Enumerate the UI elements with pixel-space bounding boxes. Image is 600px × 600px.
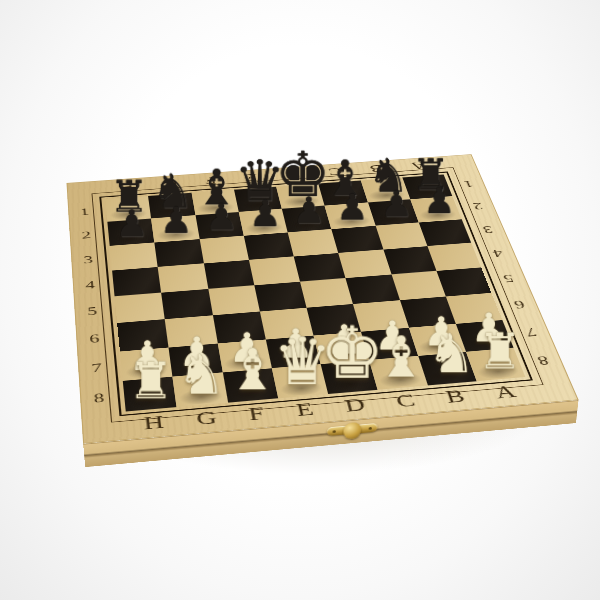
square-a5[interactable]: [436, 267, 491, 296]
rank-label-left-4: 4: [85, 279, 96, 292]
white-rook[interactable]: ♜: [128, 358, 173, 406]
square-d5[interactable]: [300, 278, 353, 308]
square-g2[interactable]: ♟: [151, 215, 199, 242]
square-e2[interactable]: ♟: [239, 209, 288, 236]
brass-clasp-icon: [327, 420, 378, 443]
square-g5[interactable]: [161, 289, 212, 319]
rank-label-right-5: 5: [501, 272, 515, 285]
square-c2[interactable]: ♟: [325, 203, 375, 229]
square-h2[interactable]: ♟: [107, 219, 154, 246]
black-pawn[interactable]: ♟: [160, 203, 193, 238]
square-c3[interactable]: [332, 226, 383, 253]
black-pawn[interactable]: ♟: [380, 187, 412, 221]
square-f5[interactable]: [208, 285, 260, 315]
square-e5[interactable]: [254, 282, 307, 312]
square-g3[interactable]: [155, 239, 204, 267]
rank-label-right-2: 2: [472, 200, 485, 211]
rank-label-right-4: 4: [491, 247, 505, 259]
square-g4[interactable]: [158, 263, 208, 292]
square-f8[interactable]: ♝: [222, 368, 278, 403]
black-pawn[interactable]: ♟: [423, 184, 455, 218]
clasp-knob: [343, 422, 361, 440]
file-label-near-h: H: [142, 412, 164, 433]
rank-label-right-8: 8: [535, 353, 551, 368]
square-c5[interactable]: [346, 274, 400, 304]
rank-label-left-1: 1: [80, 206, 90, 218]
square-e8[interactable]: ♛: [272, 364, 328, 398]
file-label-near-c: C: [394, 391, 418, 411]
rank-label-left-2: 2: [81, 229, 91, 241]
square-a2[interactable]: ♟: [410, 196, 461, 222]
square-b4[interactable]: [383, 246, 436, 274]
rank-label-right-7: 7: [524, 325, 539, 339]
square-a4[interactable]: [427, 243, 481, 271]
scene: 12345678 12345678 HGFEDCBA HGFEDCBA ♜♞♝♛…: [0, 0, 600, 600]
rank-label-left-8: 8: [93, 390, 105, 406]
chess-board: 12345678 12345678 HGFEDCBA HGFEDCBA ♜♞♝♛…: [66, 154, 578, 444]
board-top-face: 12345678 12345678 HGFEDCBA HGFEDCBA ♜♞♝♛…: [66, 154, 578, 444]
square-f2[interactable]: ♟: [195, 212, 243, 239]
file-label-near-a: A: [492, 382, 518, 402]
black-pawn[interactable]: ♟: [336, 190, 368, 224]
white-bishop[interactable]: ♝: [227, 343, 278, 397]
black-pawn[interactable]: ♟: [293, 193, 326, 228]
square-d2[interactable]: ♟: [282, 206, 332, 232]
square-h8[interactable]: ♜: [123, 376, 177, 411]
white-queen[interactable]: ♛: [273, 331, 332, 393]
rank-label-left-6: 6: [89, 332, 100, 346]
product-photo-stage: 12345678 12345678 HGFEDCBA HGFEDCBA ♜♞♝♛…: [0, 0, 600, 600]
file-label-near-f: F: [247, 404, 266, 424]
square-a3[interactable]: [418, 219, 471, 246]
file-label-near-d: D: [343, 395, 368, 416]
rank-label-right-6: 6: [512, 298, 527, 311]
file-label-near-b: B: [443, 386, 467, 406]
square-h4[interactable]: [112, 267, 161, 296]
file-label-near-g: G: [195, 408, 218, 429]
square-f3[interactable]: [199, 236, 249, 264]
white-knight[interactable]: ♞: [177, 349, 226, 401]
rank-label-right-1: 1: [462, 178, 475, 189]
rank-label-right-3: 3: [481, 223, 495, 235]
square-h3[interactable]: [110, 242, 158, 270]
square-h5[interactable]: [115, 293, 165, 324]
square-d4[interactable]: [294, 253, 346, 282]
square-c4[interactable]: [338, 249, 391, 277]
rank-label-left-5: 5: [87, 305, 98, 319]
square-g8[interactable]: ♞: [173, 372, 228, 407]
rank-label-left-3: 3: [83, 254, 93, 267]
black-pawn[interactable]: ♟: [115, 206, 148, 241]
white-rook[interactable]: ♜: [477, 329, 521, 376]
square-e3[interactable]: [244, 232, 294, 260]
file-label-near-e: E: [294, 399, 315, 419]
square-b2[interactable]: ♟: [368, 199, 419, 225]
white-knight[interactable]: ♞: [427, 329, 475, 380]
square-d3[interactable]: [288, 229, 339, 257]
square-f4[interactable]: [203, 260, 254, 289]
rank-label-left-7: 7: [91, 361, 102, 376]
black-pawn[interactable]: ♟: [204, 200, 237, 235]
square-e4[interactable]: [249, 256, 300, 285]
black-pawn[interactable]: ♟: [249, 197, 282, 232]
